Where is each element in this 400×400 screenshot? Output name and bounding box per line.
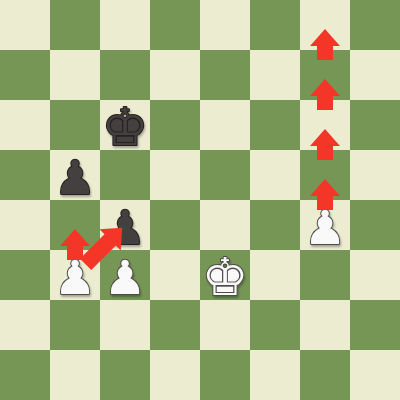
board-overlay: ♚♟♟♟♟♟♚	[0, 0, 400, 400]
pieces-layer: ♚♟♟♟♟♟♚	[54, 97, 346, 307]
chess-board[interactable]: ♚♟♟♟♟♟♚	[0, 0, 400, 400]
piece-black-pawn-b5[interactable]: ♟	[54, 150, 96, 205]
move-arrow-g5-g6	[310, 129, 340, 160]
piece-white-king-e3[interactable]: ♚	[202, 247, 249, 307]
piece-white-pawn-c3[interactable]: ♟	[104, 250, 146, 305]
move-arrow-g7-g8	[310, 29, 340, 60]
move-arrow-g6-g7	[310, 79, 340, 110]
piece-black-king-c6[interactable]: ♚	[102, 97, 149, 157]
